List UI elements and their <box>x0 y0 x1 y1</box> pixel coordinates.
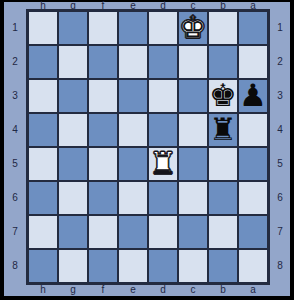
square-b2[interactable] <box>208 45 238 79</box>
square-b6[interactable] <box>208 181 238 215</box>
rank-label-right-2: 2 <box>270 45 290 79</box>
square-h2[interactable] <box>28 45 58 79</box>
square-d7[interactable] <box>148 215 178 249</box>
square-d2[interactable] <box>148 45 178 79</box>
file-label-bottom-b: b <box>208 285 238 295</box>
square-e3[interactable] <box>118 79 148 113</box>
square-b8[interactable] <box>208 249 238 283</box>
square-b7[interactable] <box>208 215 238 249</box>
file-label-bottom-e: e <box>118 285 148 295</box>
square-f2[interactable] <box>88 45 118 79</box>
square-g3[interactable] <box>58 79 88 113</box>
square-e6[interactable] <box>118 181 148 215</box>
square-c8[interactable] <box>178 249 208 283</box>
square-e1[interactable] <box>118 11 148 45</box>
rank-label-left-3: 3 <box>5 79 25 113</box>
square-g7[interactable] <box>58 215 88 249</box>
piece-white-king[interactable]: ♚ <box>179 12 207 43</box>
rank-label-right-1: 1 <box>270 11 290 45</box>
square-a2[interactable] <box>238 45 268 79</box>
square-e2[interactable] <box>118 45 148 79</box>
square-c2[interactable] <box>178 45 208 79</box>
square-h6[interactable] <box>28 181 58 215</box>
square-a7[interactable] <box>238 215 268 249</box>
rank-label-left-6: 6 <box>5 181 25 215</box>
square-e8[interactable] <box>118 249 148 283</box>
square-h8[interactable] <box>28 249 58 283</box>
rank-label-right-5: 5 <box>270 147 290 181</box>
square-h3[interactable] <box>28 79 58 113</box>
square-c1[interactable]: ♚ <box>178 11 208 45</box>
file-label-bottom-d: d <box>148 285 178 295</box>
square-a4[interactable] <box>238 113 268 147</box>
square-f4[interactable] <box>88 113 118 147</box>
square-d8[interactable] <box>148 249 178 283</box>
square-f1[interactable] <box>88 11 118 45</box>
file-label-bottom-a: a <box>238 285 268 295</box>
square-g1[interactable] <box>58 11 88 45</box>
file-label-bottom-g: g <box>58 285 88 295</box>
square-f5[interactable] <box>88 147 118 181</box>
rank-labels-right: 12345678 <box>270 11 290 283</box>
square-e7[interactable] <box>118 215 148 249</box>
square-c3[interactable] <box>178 79 208 113</box>
square-b4[interactable]: ♜ <box>208 113 238 147</box>
square-g6[interactable] <box>58 181 88 215</box>
rank-label-left-2: 2 <box>5 45 25 79</box>
board: ♚♚♟♜♜ <box>26 9 270 285</box>
piece-black-rook[interactable]: ♜ <box>209 114 237 145</box>
rank-label-right-4: 4 <box>270 113 290 147</box>
square-c6[interactable] <box>178 181 208 215</box>
rank-labels-left: 12345678 <box>5 11 25 283</box>
square-h1[interactable] <box>28 11 58 45</box>
rank-label-right-7: 7 <box>270 215 290 249</box>
square-d4[interactable] <box>148 113 178 147</box>
square-a3[interactable]: ♟ <box>238 79 268 113</box>
square-g5[interactable] <box>58 147 88 181</box>
square-f7[interactable] <box>88 215 118 249</box>
square-g2[interactable] <box>58 45 88 79</box>
square-f6[interactable] <box>88 181 118 215</box>
square-d1[interactable] <box>148 11 178 45</box>
file-label-bottom-c: c <box>178 285 208 295</box>
square-b1[interactable] <box>208 11 238 45</box>
square-a1[interactable] <box>238 11 268 45</box>
rank-label-right-3: 3 <box>270 79 290 113</box>
square-h4[interactable] <box>28 113 58 147</box>
file-label-bottom-h: h <box>28 285 58 295</box>
diagram-frame: hgfedcba 12345678 12345678 ♚♚♟♜♜ hgfedcb… <box>0 0 294 300</box>
piece-black-king[interactable]: ♚ <box>209 80 237 111</box>
square-a8[interactable] <box>238 249 268 283</box>
square-f3[interactable] <box>88 79 118 113</box>
square-h7[interactable] <box>28 215 58 249</box>
square-a5[interactable] <box>238 147 268 181</box>
square-c7[interactable] <box>178 215 208 249</box>
board-margin: hgfedcba 12345678 12345678 ♚♚♟♜♜ hgfedcb… <box>4 2 290 296</box>
square-g4[interactable] <box>58 113 88 147</box>
square-h5[interactable] <box>28 147 58 181</box>
rank-label-left-1: 1 <box>5 11 25 45</box>
rank-label-right-8: 8 <box>270 249 290 283</box>
square-c5[interactable] <box>178 147 208 181</box>
square-b5[interactable] <box>208 147 238 181</box>
rank-label-left-7: 7 <box>5 215 25 249</box>
piece-white-rook[interactable]: ♜ <box>149 148 177 179</box>
square-d6[interactable] <box>148 181 178 215</box>
square-e4[interactable] <box>118 113 148 147</box>
square-e5[interactable] <box>118 147 148 181</box>
file-label-bottom-f: f <box>88 285 118 295</box>
square-g8[interactable] <box>58 249 88 283</box>
piece-black-pawn[interactable]: ♟ <box>239 80 267 111</box>
rank-label-right-6: 6 <box>270 181 290 215</box>
square-a6[interactable] <box>238 181 268 215</box>
square-b3[interactable]: ♚ <box>208 79 238 113</box>
square-c4[interactable] <box>178 113 208 147</box>
file-labels-bottom: hgfedcba <box>28 285 268 295</box>
rank-label-left-5: 5 <box>5 147 25 181</box>
rank-label-left-8: 8 <box>5 249 25 283</box>
square-f8[interactable] <box>88 249 118 283</box>
square-d3[interactable] <box>148 79 178 113</box>
square-d5[interactable]: ♜ <box>148 147 178 181</box>
rank-label-left-4: 4 <box>5 113 25 147</box>
